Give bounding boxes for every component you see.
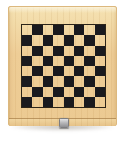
board-square	[22, 76, 32, 86]
board-square	[74, 25, 84, 35]
board-square	[43, 35, 53, 45]
board-square	[74, 97, 84, 107]
board-square	[43, 56, 53, 66]
board-square	[32, 35, 42, 45]
board-square	[84, 97, 94, 107]
board-square	[43, 46, 53, 56]
board-square	[43, 66, 53, 76]
board-square	[22, 87, 32, 97]
metal-clasp-icon	[59, 118, 69, 128]
board-square	[64, 66, 74, 76]
board-square	[32, 87, 42, 97]
board-square	[64, 56, 74, 66]
board-square	[53, 87, 63, 97]
board-square	[74, 46, 84, 56]
board-square	[84, 76, 94, 86]
lid-edge-highlight	[9, 7, 116, 13]
board-square	[22, 25, 32, 35]
board-square	[84, 56, 94, 66]
board-square	[74, 76, 84, 86]
board-square	[64, 87, 74, 97]
board-square	[95, 97, 105, 107]
board-square	[22, 97, 32, 107]
board-square	[84, 87, 94, 97]
board-square	[53, 46, 63, 56]
board-square	[64, 76, 74, 86]
board-square	[95, 66, 105, 76]
board-square	[53, 76, 63, 86]
board-square	[22, 66, 32, 76]
board-square	[64, 46, 74, 56]
board-square	[32, 97, 42, 107]
board-square	[53, 97, 63, 107]
board-square	[32, 66, 42, 76]
board-square	[95, 46, 105, 56]
board-square	[95, 76, 105, 86]
board-square	[32, 46, 42, 56]
board-square	[32, 25, 42, 35]
board-square	[74, 56, 84, 66]
board-square	[84, 35, 94, 45]
board-square	[74, 35, 84, 45]
board-square	[84, 66, 94, 76]
board-square	[43, 97, 53, 107]
board-square	[84, 46, 94, 56]
board-square	[53, 66, 63, 76]
board-square	[95, 35, 105, 45]
board-square	[32, 56, 42, 66]
board-square	[84, 25, 94, 35]
board-square	[43, 76, 53, 86]
board-square	[32, 76, 42, 86]
board-square	[53, 35, 63, 45]
board-square	[64, 25, 74, 35]
wooden-chess-box	[8, 6, 117, 126]
board-square	[43, 87, 53, 97]
board-square	[64, 35, 74, 45]
board-square	[74, 66, 84, 76]
board-square	[22, 46, 32, 56]
board-square	[95, 25, 105, 35]
board-square	[22, 56, 32, 66]
board-square	[95, 56, 105, 66]
board-square	[53, 56, 63, 66]
board-square	[43, 25, 53, 35]
board-square	[53, 25, 63, 35]
photo-stage	[0, 0, 125, 141]
board-square	[64, 97, 74, 107]
board-square	[74, 87, 84, 97]
board-square	[22, 35, 32, 45]
board-square	[95, 87, 105, 97]
chess-board	[21, 24, 106, 108]
